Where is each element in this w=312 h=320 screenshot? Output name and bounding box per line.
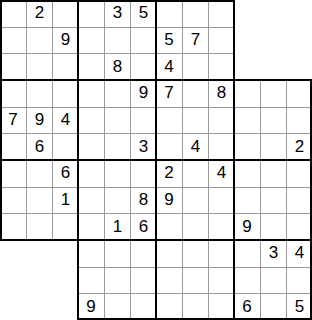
cell-r3-c8[interactable]: 8 [208,80,234,107]
cell-r8-c1[interactable] [26,213,52,240]
cell-r11-c4[interactable] [104,293,130,320]
cell-r4-c10[interactable] [260,107,286,134]
cell-r8-c2[interactable] [52,213,78,240]
cell-r7-c9[interactable] [234,187,260,214]
cell-r0-c8[interactable] [208,0,234,27]
cell-r1-c1[interactable] [26,27,52,54]
cell-r3-c11[interactable] [286,80,312,107]
cell-r3-c4[interactable] [104,80,130,107]
cell-r10-c8[interactable] [208,267,234,294]
cell-r1-c10 [260,27,286,54]
box-border [0,239,312,241]
cell-r6-c7[interactable] [182,160,208,187]
cell-r5-c4[interactable] [104,133,130,160]
cell-r6-c11[interactable] [286,160,312,187]
cell-r2-c3[interactable] [78,53,104,80]
cell-r4-c0[interactable]: 7 [0,107,26,134]
cell-r11-c9[interactable]: 6 [234,293,260,320]
cell-r9-c2 [52,240,78,267]
cell-r8-c10[interactable] [260,213,286,240]
cell-r8-c3[interactable] [78,213,104,240]
cell-r2-c1[interactable] [26,53,52,80]
cell-r7-c8[interactable] [208,187,234,214]
cell-r1-c4[interactable] [104,27,130,54]
cell-r7-c4[interactable] [104,187,130,214]
cell-r6-c3[interactable] [78,160,104,187]
box-border [0,0,235,2]
cell-r7-c5[interactable]: 8 [130,187,156,214]
cell-r0-c10 [260,0,286,27]
cell-r0-c5[interactable]: 5 [130,0,156,27]
cell-r5-c9[interactable] [234,133,260,160]
cell-r7-c6[interactable]: 9 [156,187,182,214]
cell-r4-c5[interactable] [130,107,156,134]
cell-r11-c6[interactable] [156,293,182,320]
cell-r6-c2[interactable]: 6 [52,160,78,187]
cell-r2-c9 [234,53,260,80]
cell-r2-c0[interactable] [0,53,26,80]
box-border [0,0,2,240]
cell-r4-c9[interactable] [234,107,260,134]
cell-r8-c8[interactable] [208,213,234,240]
cell-r10-c9[interactable] [234,267,260,294]
cell-r3-c6[interactable]: 7 [156,80,182,107]
cell-r1-c3[interactable] [78,27,104,54]
cell-r11-c5[interactable] [130,293,156,320]
cell-r8-c7[interactable] [182,213,208,240]
cell-r10-c10[interactable] [260,267,286,294]
cell-r11-c10[interactable] [260,293,286,320]
cell-r6-c1[interactable] [26,160,52,187]
cell-r5-c11[interactable]: 2 [286,133,312,160]
cell-r5-c3[interactable] [78,133,104,160]
cell-r11-c2 [52,293,78,320]
cell-r3-c7[interactable] [182,80,208,107]
cell-r1-c9 [234,27,260,54]
cell-r7-c1[interactable] [26,187,52,214]
cell-r10-c7[interactable] [182,267,208,294]
cell-r0-c11 [286,0,312,27]
cell-r7-c3[interactable] [78,187,104,214]
cell-r5-c2[interactable] [52,133,78,160]
cell-r11-c1 [26,293,52,320]
cell-r4-c8[interactable] [208,107,234,134]
cell-r9-c8[interactable] [208,240,234,267]
cell-r8-c9[interactable]: 9 [234,213,260,240]
cell-r8-c5[interactable]: 6 [130,213,156,240]
cell-r9-c6[interactable] [156,240,182,267]
cell-r6-c5[interactable] [130,160,156,187]
cell-r4-c6[interactable] [156,107,182,134]
cell-r7-c11[interactable] [286,187,312,214]
cell-r6-c6[interactable]: 2 [156,160,182,187]
cell-r5-c6[interactable] [156,133,182,160]
cell-r5-c0[interactable] [0,133,26,160]
cell-r7-c0[interactable] [0,187,26,214]
cell-r3-c5[interactable]: 9 [130,80,156,107]
cell-r9-c9[interactable] [234,240,260,267]
cell-r6-c0[interactable] [0,160,26,187]
cell-r11-c7[interactable] [182,293,208,320]
cell-r0-c2[interactable] [52,0,78,27]
cell-r5-c8[interactable] [208,133,234,160]
cell-r10-c3[interactable] [78,267,104,294]
cell-r2-c8[interactable] [208,53,234,80]
box-border [0,159,312,161]
cell-r10-c1 [26,267,52,294]
cell-r0-c0[interactable] [0,0,26,27]
cell-r4-c4[interactable] [104,107,130,134]
cell-r3-c9[interactable] [234,80,260,107]
cell-r4-c11[interactable] [286,107,312,134]
cell-r6-c4[interactable] [104,160,130,187]
cell-r8-c6[interactable] [156,213,182,240]
cell-r10-c2 [52,267,78,294]
cell-r2-c10 [260,53,286,80]
cell-r1-c2[interactable]: 9 [52,27,78,54]
box-border [310,80,312,320]
cell-r5-c7[interactable]: 4 [182,133,208,160]
cell-r3-c2[interactable] [52,80,78,107]
cell-r0-c7[interactable] [182,0,208,27]
cell-r9-c10[interactable]: 3 [260,240,286,267]
cell-r7-c7[interactable] [182,187,208,214]
cell-r4-c7[interactable] [182,107,208,134]
cell-r10-c4[interactable] [104,267,130,294]
cell-r8-c11[interactable] [286,213,312,240]
cell-r10-c0 [0,267,26,294]
cell-r9-c3[interactable] [78,240,104,267]
cell-r0-c9 [234,0,260,27]
cell-r1-c5[interactable] [130,27,156,54]
cell-r2-c2[interactable] [52,53,78,80]
cell-r1-c7[interactable]: 7 [182,27,208,54]
cell-r10-c5[interactable] [130,267,156,294]
cell-r10-c6[interactable] [156,267,182,294]
cell-r9-c1 [26,240,52,267]
cell-r4-c1[interactable]: 9 [26,107,52,134]
cell-r8-c4[interactable]: 1 [104,213,130,240]
cell-r6-c10[interactable] [260,160,286,187]
cell-r7-c2[interactable]: 1 [52,187,78,214]
cell-r2-c5[interactable] [130,53,156,80]
cell-r5-c10[interactable] [260,133,286,160]
cell-r2-c6[interactable]: 4 [156,53,182,80]
cell-r0-c6[interactable] [156,0,182,27]
box-border [0,79,312,81]
cell-r5-c5[interactable]: 3 [130,133,156,160]
cell-r9-c11[interactable]: 4 [286,240,312,267]
cell-r6-c9[interactable] [234,160,260,187]
cell-r3-c3[interactable] [78,80,104,107]
cell-r7-c10[interactable] [260,187,286,214]
cell-r8-c0[interactable] [0,213,26,240]
cell-r0-c1[interactable]: 2 [26,0,52,27]
cell-r1-c11 [286,27,312,54]
cell-r11-c0 [0,293,26,320]
cell-r9-c0 [0,240,26,267]
cell-r6-c8[interactable]: 4 [208,160,234,187]
cell-r2-c11 [286,53,312,80]
cell-r4-c2[interactable]: 4 [52,107,78,134]
cell-r9-c7[interactable] [182,240,208,267]
cell-r11-c8[interactable] [208,293,234,320]
cell-r3-c0[interactable] [0,80,26,107]
cell-r1-c6[interactable]: 5 [156,27,182,54]
cell-r2-c4[interactable]: 8 [104,53,130,80]
cell-r11-c3[interactable]: 9 [78,293,104,320]
cell-r0-c3[interactable] [78,0,104,27]
cell-r2-c7[interactable] [182,53,208,80]
cell-r9-c4[interactable] [104,240,130,267]
cell-r1-c0[interactable] [0,27,26,54]
cell-r11-c11[interactable]: 5 [286,293,312,320]
cell-r3-c10[interactable] [260,80,286,107]
cell-r0-c4[interactable]: 3 [104,0,130,27]
cell-r5-c1[interactable]: 6 [26,133,52,160]
sudoku-board: 23595784978794634262418916934965 [0,0,312,320]
cell-r10-c11[interactable] [286,267,312,294]
cell-r9-c5[interactable] [130,240,156,267]
cell-r1-c8[interactable] [208,27,234,54]
cell-r4-c3[interactable] [78,107,104,134]
cell-r3-c1[interactable] [26,80,52,107]
